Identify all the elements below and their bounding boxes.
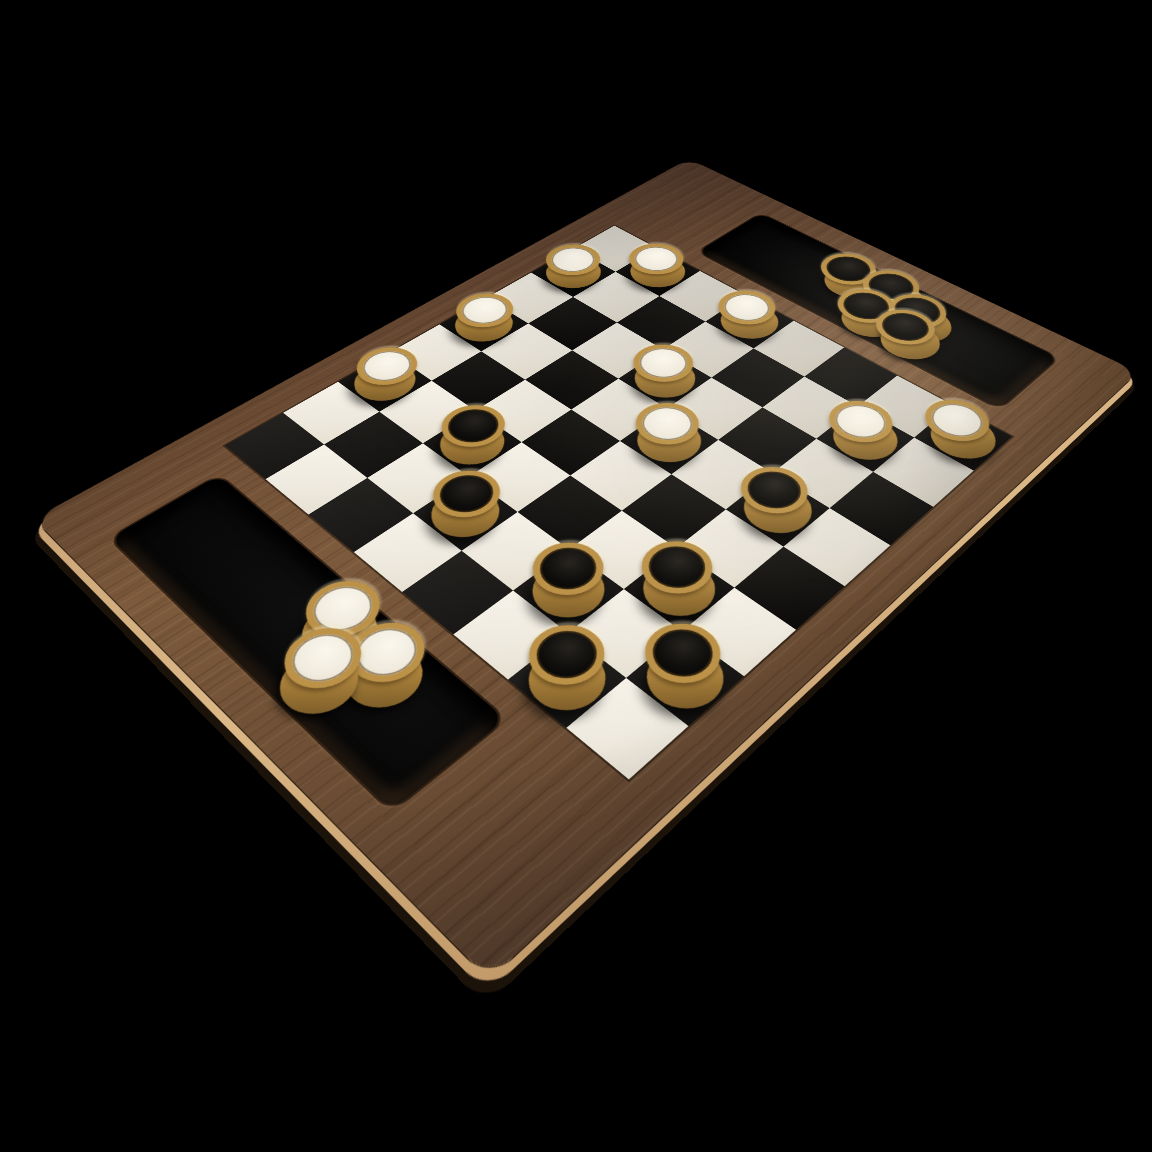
captured-piece-white[interactable] bbox=[264, 640, 373, 728]
photo-scene bbox=[0, 0, 1152, 1152]
checkers-board bbox=[34, 159, 1138, 980]
board-perspective-wrapper bbox=[34, 159, 1138, 980]
